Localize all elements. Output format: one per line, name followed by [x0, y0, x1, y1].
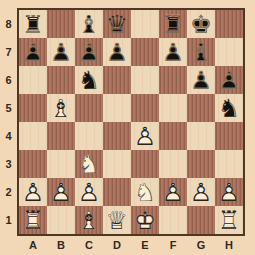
square-g7[interactable]: ♝♗ — [187, 38, 215, 66]
rank-label-8: 8 — [0, 10, 17, 38]
black-bishop-outline-icon: ♗ — [75, 10, 103, 38]
square-a2[interactable]: ♟♙ — [19, 178, 47, 206]
black-rook-outline-icon: ♖ — [19, 10, 47, 38]
black-pawn-outline-icon: ♙ — [19, 38, 47, 66]
square-a1[interactable]: ♜♖ — [19, 206, 47, 234]
file-label-a: A — [19, 236, 47, 255]
white-bishop-outline-icon: ♗ — [75, 206, 103, 234]
square-c3[interactable]: ♞♘ — [75, 150, 103, 178]
square-d1[interactable]: ♛♕ — [103, 206, 131, 234]
square-c6[interactable]: ♞♘ — [75, 66, 103, 94]
square-a3[interactable] — [19, 150, 47, 178]
square-c5[interactable] — [75, 94, 103, 122]
square-b6[interactable] — [47, 66, 75, 94]
file-label-b: B — [47, 236, 75, 255]
square-d5[interactable] — [103, 94, 131, 122]
piece-black-king[interactable]: ♚♔ — [187, 10, 215, 38]
square-e4[interactable]: ♟♙ — [131, 122, 159, 150]
piece-black-pawn[interactable]: ♟♙ — [75, 38, 103, 66]
square-g1[interactable] — [187, 206, 215, 234]
file-label-e: E — [131, 236, 159, 255]
square-b1[interactable] — [47, 206, 75, 234]
square-f4[interactable] — [159, 122, 187, 150]
piece-white-bishop[interactable]: ♝♗ — [75, 206, 103, 234]
square-d6[interactable] — [103, 66, 131, 94]
piece-black-knight[interactable]: ♞♘ — [75, 66, 103, 94]
square-d3[interactable] — [103, 150, 131, 178]
piece-white-pawn[interactable]: ♟♙ — [131, 122, 159, 150]
square-b2[interactable]: ♟♙ — [47, 178, 75, 206]
piece-black-pawn[interactable]: ♟♙ — [47, 38, 75, 66]
piece-black-pawn[interactable]: ♟♙ — [187, 66, 215, 94]
white-pawn-outline-icon: ♙ — [75, 178, 103, 206]
piece-black-pawn[interactable]: ♟♙ — [19, 38, 47, 66]
rank-label-2: 2 — [0, 178, 17, 206]
piece-white-pawn[interactable]: ♟♙ — [159, 178, 187, 206]
square-g4[interactable] — [187, 122, 215, 150]
square-e5[interactable] — [131, 94, 159, 122]
square-e1[interactable]: ♚♔ — [131, 206, 159, 234]
black-pawn-outline-icon: ♙ — [103, 38, 131, 66]
rank-label-7: 7 — [0, 38, 17, 66]
square-f2[interactable]: ♟♙ — [159, 178, 187, 206]
square-h5[interactable]: ♞♘ — [215, 94, 243, 122]
file-label-f: F — [159, 236, 187, 255]
piece-white-pawn[interactable]: ♟♙ — [19, 178, 47, 206]
square-d2[interactable] — [103, 178, 131, 206]
piece-black-rook[interactable]: ♜♖ — [159, 10, 187, 38]
square-h7[interactable] — [215, 38, 243, 66]
square-d4[interactable] — [103, 122, 131, 150]
white-queen-outline-icon: ♕ — [103, 206, 131, 234]
rank-label-4: 4 — [0, 122, 17, 150]
black-pawn-outline-icon: ♙ — [187, 66, 215, 94]
square-c7[interactable]: ♟♙ — [75, 38, 103, 66]
black-pawn-outline-icon: ♙ — [159, 38, 187, 66]
square-e6[interactable] — [131, 66, 159, 94]
rank-label-3: 3 — [0, 150, 17, 178]
piece-black-bishop[interactable]: ♝♗ — [75, 10, 103, 38]
square-a8[interactable]: ♜♖ — [19, 10, 47, 38]
square-g2[interactable]: ♟♙ — [187, 178, 215, 206]
square-h6[interactable]: ♟♙ — [215, 66, 243, 94]
square-a7[interactable]: ♟♙ — [19, 38, 47, 66]
white-pawn-outline-icon: ♙ — [215, 178, 243, 206]
black-pawn-outline-icon: ♙ — [215, 66, 243, 94]
white-rook-outline-icon: ♖ — [215, 206, 243, 234]
white-pawn-outline-icon: ♙ — [19, 178, 47, 206]
square-e3[interactable] — [131, 150, 159, 178]
piece-white-pawn[interactable]: ♟♙ — [215, 178, 243, 206]
black-knight-outline-icon: ♘ — [75, 66, 103, 94]
chess-board-frame: ♜♖♝♗♛♕♜♖♚♔♟♙♟♙♟♙♟♙♟♙♝♗♞♘♟♙♟♙♝♗♞♘♟♙♞♘♟♙♟♙… — [0, 0, 255, 255]
file-label-d: D — [103, 236, 131, 255]
square-g6[interactable]: ♟♙ — [187, 66, 215, 94]
square-e8[interactable] — [131, 10, 159, 38]
black-knight-outline-icon: ♘ — [215, 94, 243, 122]
square-b7[interactable]: ♟♙ — [47, 38, 75, 66]
file-label-h: H — [215, 236, 243, 255]
square-f3[interactable] — [159, 150, 187, 178]
file-label-g: G — [187, 236, 215, 255]
square-a4[interactable] — [19, 122, 47, 150]
square-h2[interactable]: ♟♙ — [215, 178, 243, 206]
square-b8[interactable] — [47, 10, 75, 38]
square-c2[interactable]: ♟♙ — [75, 178, 103, 206]
white-king-outline-icon: ♔ — [131, 206, 159, 234]
file-label-c: C — [75, 236, 103, 255]
piece-black-bishop[interactable]: ♝♗ — [187, 38, 215, 66]
piece-white-pawn[interactable]: ♟♙ — [187, 178, 215, 206]
piece-black-pawn[interactable]: ♟♙ — [159, 38, 187, 66]
square-d7[interactable]: ♟♙ — [103, 38, 131, 66]
black-pawn-outline-icon: ♙ — [75, 38, 103, 66]
square-c1[interactable]: ♝♗ — [75, 206, 103, 234]
piece-white-queen[interactable]: ♛♕ — [103, 206, 131, 234]
square-c4[interactable] — [75, 122, 103, 150]
square-g8[interactable]: ♚♔ — [187, 10, 215, 38]
rank-label-5: 5 — [0, 94, 17, 122]
piece-black-queen[interactable]: ♛♕ — [103, 10, 131, 38]
piece-black-rook[interactable]: ♜♖ — [19, 10, 47, 38]
piece-white-pawn[interactable]: ♟♙ — [47, 178, 75, 206]
piece-white-king[interactable]: ♚♔ — [131, 206, 159, 234]
square-b4[interactable] — [47, 122, 75, 150]
piece-white-knight[interactable]: ♞♘ — [75, 150, 103, 178]
black-king-outline-icon: ♔ — [187, 10, 215, 38]
piece-white-rook[interactable]: ♜♖ — [19, 206, 47, 234]
white-knight-outline-icon: ♘ — [131, 178, 159, 206]
piece-black-knight[interactable]: ♞♘ — [215, 94, 243, 122]
square-a5[interactable] — [19, 94, 47, 122]
square-h3[interactable] — [215, 150, 243, 178]
black-rook-outline-icon: ♖ — [159, 10, 187, 38]
square-e2[interactable]: ♞♘ — [131, 178, 159, 206]
square-h8[interactable] — [215, 10, 243, 38]
white-pawn-outline-icon: ♙ — [131, 122, 159, 150]
piece-white-bishop[interactable]: ♝♗ — [47, 94, 75, 122]
black-pawn-outline-icon: ♙ — [47, 38, 75, 66]
square-g5[interactable] — [187, 94, 215, 122]
square-f8[interactable]: ♜♖ — [159, 10, 187, 38]
square-d8[interactable]: ♛♕ — [103, 10, 131, 38]
black-bishop-outline-icon: ♗ — [187, 38, 215, 66]
square-e7[interactable] — [131, 38, 159, 66]
chess-board: ♜♖♝♗♛♕♜♖♚♔♟♙♟♙♟♙♟♙♟♙♝♗♞♘♟♙♟♙♝♗♞♘♟♙♞♘♟♙♟♙… — [19, 10, 243, 234]
square-f1[interactable] — [159, 206, 187, 234]
white-bishop-outline-icon: ♗ — [47, 94, 75, 122]
square-f5[interactable] — [159, 94, 187, 122]
white-pawn-outline-icon: ♙ — [47, 178, 75, 206]
square-h4[interactable] — [215, 122, 243, 150]
white-rook-outline-icon: ♖ — [19, 206, 47, 234]
square-b3[interactable] — [47, 150, 75, 178]
rank-label-1: 1 — [0, 206, 17, 234]
piece-white-rook[interactable]: ♜♖ — [215, 206, 243, 234]
rank-label-6: 6 — [0, 66, 17, 94]
square-f6[interactable] — [159, 66, 187, 94]
piece-black-pawn[interactable]: ♟♙ — [103, 38, 131, 66]
piece-white-knight[interactable]: ♞♘ — [131, 178, 159, 206]
piece-black-pawn[interactable]: ♟♙ — [215, 66, 243, 94]
square-a6[interactable] — [19, 66, 47, 94]
piece-white-pawn[interactable]: ♟♙ — [75, 178, 103, 206]
square-b5[interactable]: ♝♗ — [47, 94, 75, 122]
white-knight-outline-icon: ♘ — [75, 150, 103, 178]
square-g3[interactable] — [187, 150, 215, 178]
black-queen-outline-icon: ♕ — [103, 10, 131, 38]
square-f7[interactable]: ♟♙ — [159, 38, 187, 66]
square-h1[interactable]: ♜♖ — [215, 206, 243, 234]
white-pawn-outline-icon: ♙ — [159, 178, 187, 206]
square-c8[interactable]: ♝♗ — [75, 10, 103, 38]
white-pawn-outline-icon: ♙ — [187, 178, 215, 206]
